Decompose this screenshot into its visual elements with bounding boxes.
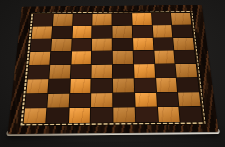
- square-c3[interactable]: [70, 79, 91, 93]
- square-h6[interactable]: [173, 37, 194, 50]
- square-c5[interactable]: [71, 51, 91, 64]
- square-b7[interactable]: [52, 26, 72, 38]
- photo-scene: [0, 0, 225, 147]
- square-c7[interactable]: [72, 26, 92, 38]
- board-tilt-wrapper: [0, 0, 225, 147]
- square-f6[interactable]: [133, 38, 153, 51]
- square-c1[interactable]: [69, 108, 91, 123]
- square-g3[interactable]: [156, 78, 178, 92]
- square-a6[interactable]: [30, 39, 51, 52]
- square-g7[interactable]: [152, 25, 172, 37]
- board-frame: [8, 5, 219, 134]
- square-d6[interactable]: [92, 38, 112, 51]
- square-f5[interactable]: [133, 51, 153, 64]
- square-d8[interactable]: [93, 14, 112, 26]
- square-f2[interactable]: [135, 92, 157, 106]
- square-h7[interactable]: [172, 25, 192, 37]
- square-d3[interactable]: [91, 79, 112, 93]
- square-c4[interactable]: [70, 65, 91, 78]
- square-g1[interactable]: [157, 107, 179, 122]
- square-g8[interactable]: [152, 13, 172, 25]
- square-e2[interactable]: [113, 93, 134, 107]
- square-h3[interactable]: [177, 78, 199, 92]
- square-b5[interactable]: [50, 52, 71, 65]
- square-e3[interactable]: [113, 78, 134, 92]
- square-d5[interactable]: [92, 51, 112, 64]
- square-g2[interactable]: [157, 92, 179, 106]
- square-g6[interactable]: [153, 38, 173, 51]
- square-g4[interactable]: [155, 64, 176, 77]
- square-b3[interactable]: [48, 79, 69, 93]
- square-d2[interactable]: [91, 93, 112, 107]
- square-f3[interactable]: [134, 78, 155, 92]
- square-b1[interactable]: [46, 108, 68, 123]
- square-a2[interactable]: [25, 94, 47, 108]
- square-a5[interactable]: [29, 52, 50, 65]
- square-d1[interactable]: [91, 108, 112, 123]
- square-a4[interactable]: [28, 65, 49, 78]
- square-h8[interactable]: [171, 13, 191, 25]
- square-d7[interactable]: [92, 26, 111, 38]
- square-h1[interactable]: [180, 107, 203, 122]
- square-b6[interactable]: [51, 39, 71, 52]
- square-c2[interactable]: [69, 93, 90, 107]
- square-e8[interactable]: [112, 13, 131, 25]
- square-e7[interactable]: [112, 26, 131, 38]
- square-e1[interactable]: [113, 108, 135, 123]
- square-b2[interactable]: [47, 93, 69, 107]
- square-f4[interactable]: [134, 64, 155, 77]
- square-a1[interactable]: [24, 108, 47, 123]
- square-e6[interactable]: [113, 38, 133, 51]
- square-f8[interactable]: [132, 13, 151, 25]
- chess-board: [8, 5, 219, 134]
- square-h2[interactable]: [178, 92, 200, 106]
- square-a7[interactable]: [32, 26, 52, 38]
- square-g5[interactable]: [154, 51, 175, 64]
- square-h5[interactable]: [175, 50, 196, 63]
- square-b8[interactable]: [53, 14, 73, 26]
- square-d4[interactable]: [92, 65, 112, 78]
- square-h4[interactable]: [176, 64, 198, 77]
- square-f7[interactable]: [132, 25, 152, 37]
- square-a3[interactable]: [26, 79, 48, 93]
- square-b4[interactable]: [49, 65, 70, 78]
- inlay-border: [19, 11, 206, 127]
- square-e4[interactable]: [113, 64, 133, 77]
- board-grid: [24, 13, 203, 124]
- playing-area: [23, 12, 204, 124]
- square-c6[interactable]: [72, 38, 92, 51]
- square-a8[interactable]: [33, 14, 53, 26]
- square-f1[interactable]: [135, 107, 157, 122]
- square-c8[interactable]: [73, 14, 92, 26]
- square-e5[interactable]: [113, 51, 133, 64]
